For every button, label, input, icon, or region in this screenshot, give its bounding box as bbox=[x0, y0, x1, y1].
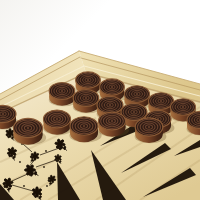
dark-checker[interactable] bbox=[14, 118, 43, 144]
dark-checker[interactable] bbox=[49, 83, 75, 106]
checker-center-dot bbox=[109, 104, 111, 106]
floral-dot bbox=[45, 150, 47, 152]
checker-center-dot bbox=[87, 79, 89, 81]
checker-center-dot bbox=[182, 106, 184, 108]
dark-checker[interactable] bbox=[44, 110, 71, 135]
checker-center-dot bbox=[133, 111, 135, 113]
checker-center-dot bbox=[85, 97, 87, 99]
floral-dot bbox=[19, 161, 21, 163]
dark-checker[interactable] bbox=[73, 90, 99, 113]
checker-center-dot bbox=[148, 126, 150, 128]
checker-center-dot bbox=[61, 90, 63, 92]
floral-dot bbox=[23, 185, 25, 187]
floral-dot bbox=[46, 185, 48, 187]
backgammon-board-photo bbox=[0, 0, 200, 200]
checker-center-dot bbox=[27, 127, 29, 129]
dark-checker[interactable] bbox=[70, 117, 98, 142]
dark-checker[interactable] bbox=[99, 112, 126, 137]
checker-center-dot bbox=[136, 93, 138, 95]
scene bbox=[0, 0, 200, 200]
checker-center-dot bbox=[111, 120, 113, 122]
checker-center-dot bbox=[160, 100, 162, 102]
checker-center-dot bbox=[83, 125, 85, 127]
checker-center-dot bbox=[111, 86, 113, 88]
checker-center-dot bbox=[56, 118, 58, 120]
checker-center-dot bbox=[2, 113, 4, 115]
dark-checker[interactable] bbox=[135, 118, 163, 143]
floral-dot bbox=[43, 166, 45, 168]
